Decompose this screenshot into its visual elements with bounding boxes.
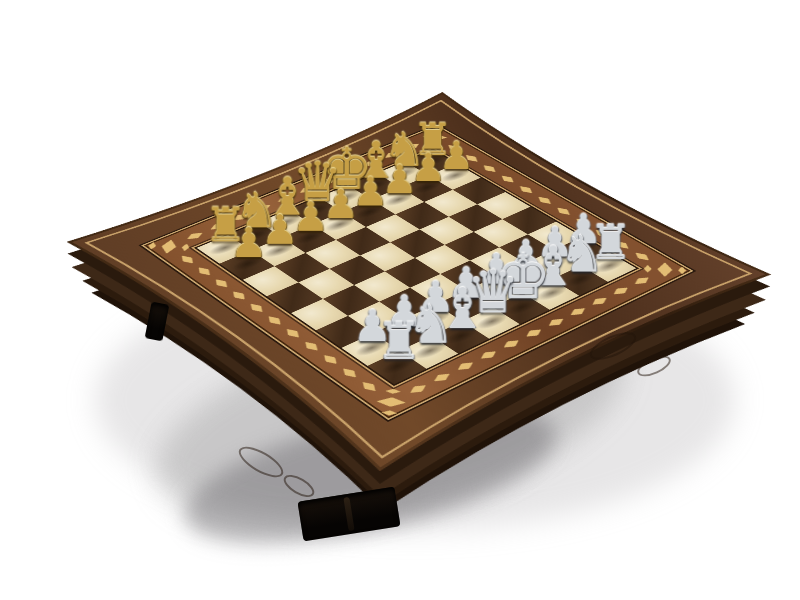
piece-silver-rook[interactable]: ♜ [362, 315, 435, 367]
drawer-divider [343, 497, 354, 532]
photo-stage: ♜♞♝♛♚♝♞♜♟♟♟♟♟♟♟♟♟♟♟♟♟♟♟♟♜♞♝♛♚♝♞♜ [0, 0, 800, 600]
piece-gold-pawn[interactable]: ♟ [214, 223, 282, 264]
